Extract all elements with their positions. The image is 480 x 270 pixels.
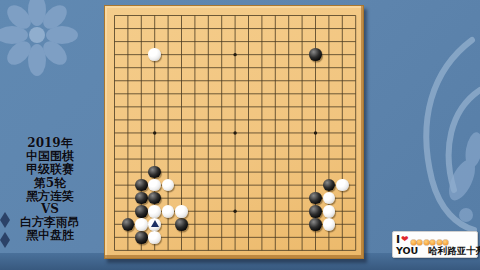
last-move-triangle-marker	[151, 220, 159, 227]
black-stone	[135, 192, 148, 205]
black-stone	[309, 218, 322, 231]
white-stone	[336, 179, 349, 192]
sticker-you-text: YOU	[396, 245, 418, 256]
white-stone	[323, 205, 336, 218]
caption-round: 第5轮	[2, 177, 98, 190]
floral-ornament-right	[362, 30, 480, 240]
black-stone	[309, 48, 322, 61]
black-stone	[122, 218, 135, 231]
white-stone	[162, 205, 175, 218]
match-caption: 2019年 中国围棋 甲级联赛 第5轮 黑方连笑 VS 白方李雨昂 黑中盘胜	[2, 137, 98, 243]
white-stone	[148, 231, 161, 244]
go-board[interactable]	[104, 5, 364, 259]
mini-emoji-icon	[430, 240, 435, 245]
iloveyou-sticker: I ❤ YOU 哈利路亚十亮	[392, 231, 478, 258]
mini-emoji-icon	[443, 240, 448, 245]
black-stone	[135, 179, 148, 192]
black-stone	[135, 205, 148, 218]
black-stone	[135, 231, 148, 244]
caption-result: 黑中盘胜	[2, 229, 98, 242]
white-stone	[148, 218, 161, 231]
heart-icon: ❤	[401, 235, 409, 244]
sticker-bottom-row: YOU 哈利路亚十亮	[396, 245, 474, 256]
mini-emoji-icon	[417, 240, 422, 245]
white-stone	[135, 218, 148, 231]
sticker-i-text: I	[396, 234, 400, 245]
white-stone	[323, 218, 336, 231]
white-stone	[148, 48, 161, 61]
white-stone	[148, 205, 161, 218]
caption-event-2: 甲级联赛	[2, 163, 98, 176]
sticker-channel-name: 哈利路亚十亮	[428, 245, 480, 256]
black-stone	[309, 205, 322, 218]
mini-emoji-icon	[437, 240, 442, 245]
mini-emoji-icon	[424, 240, 429, 245]
video-thumbnail: 2019年 中国围棋 甲级联赛 第5轮 黑方连笑 VS 白方李雨昂 黑中盘胜 I…	[0, 0, 480, 270]
mini-emoji-icon	[411, 240, 416, 245]
floral-ornament-top-left	[0, 0, 82, 80]
white-stone	[175, 205, 188, 218]
black-stone	[175, 218, 188, 231]
sticker-top-row: I ❤	[396, 233, 474, 245]
